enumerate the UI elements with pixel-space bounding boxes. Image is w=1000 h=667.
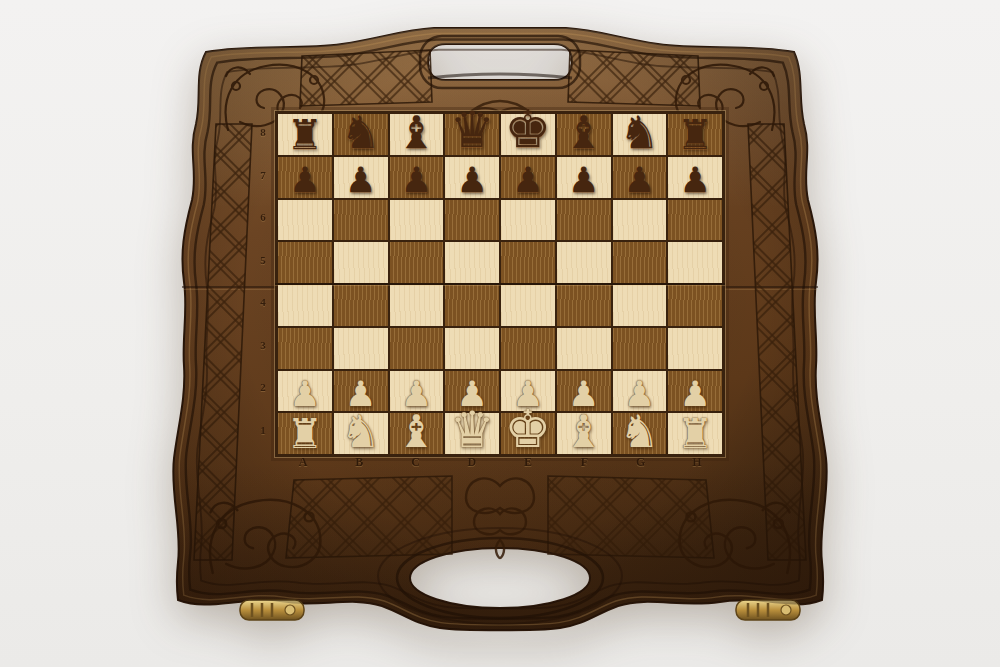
square-f7[interactable]: ♟	[557, 157, 611, 198]
square-d3[interactable]	[445, 328, 499, 369]
piece-black-bishop-f8[interactable]: ♝	[563, 112, 603, 155]
rank-label-2: 2	[254, 366, 272, 409]
square-a8[interactable]: ♜	[278, 114, 332, 155]
square-c8[interactable]: ♝	[390, 114, 444, 155]
square-h8[interactable]: ♜	[668, 114, 722, 155]
square-f6[interactable]	[557, 200, 611, 241]
square-e5[interactable]	[501, 242, 555, 283]
piece-black-pawn-g7[interactable]: ♟	[624, 164, 655, 197]
rank-label-6: 6	[254, 196, 272, 239]
rank-label-8: 8	[254, 111, 272, 154]
square-f5[interactable]	[557, 242, 611, 283]
square-d1[interactable]: ♛	[445, 413, 499, 454]
square-d5[interactable]	[445, 242, 499, 283]
piece-white-knight-b1[interactable]: ♞	[340, 411, 380, 454]
piece-black-pawn-b7[interactable]: ♟	[345, 164, 376, 197]
rank-label-5: 5	[254, 239, 272, 282]
piece-black-rook-a8[interactable]: ♜	[286, 116, 323, 155]
square-g6[interactable]	[613, 200, 667, 241]
square-f8[interactable]: ♝	[557, 114, 611, 155]
square-d8[interactable]: ♛	[445, 114, 499, 155]
rank-label-3: 3	[254, 324, 272, 367]
square-g1[interactable]: ♞	[613, 413, 667, 454]
square-a7[interactable]: ♟	[278, 157, 332, 198]
square-h3[interactable]	[668, 328, 722, 369]
square-d4[interactable]	[445, 285, 499, 326]
piece-white-bishop-f1[interactable]: ♝	[563, 411, 603, 454]
square-g4[interactable]	[613, 285, 667, 326]
square-b7[interactable]: ♟	[334, 157, 388, 198]
piece-black-knight-g8[interactable]: ♞	[619, 112, 659, 155]
square-h2[interactable]: ♟	[668, 371, 722, 412]
square-c1[interactable]: ♝	[390, 413, 444, 454]
square-a2[interactable]: ♟	[278, 371, 332, 412]
piece-black-pawn-d7[interactable]: ♟	[456, 164, 487, 197]
piece-black-bishop-c8[interactable]: ♝	[396, 112, 436, 155]
square-b3[interactable]	[334, 328, 388, 369]
piece-white-queen-d1[interactable]: ♛	[450, 407, 495, 455]
square-e6[interactable]	[501, 200, 555, 241]
square-h4[interactable]	[668, 285, 722, 326]
square-a3[interactable]	[278, 328, 332, 369]
square-b8[interactable]: ♞	[334, 114, 388, 155]
piece-white-rook-h1[interactable]: ♜	[677, 415, 714, 454]
product-photo-scene: 87654321 ♜♞♝♛♚♝♞♜♟♟♟♟♟♟♟♟♟♟♟♟♟♟♟♟♜♞♝♛♚♝♞…	[0, 0, 1000, 667]
square-b5[interactable]	[334, 242, 388, 283]
square-h6[interactable]	[668, 200, 722, 241]
rank-label-7: 7	[254, 154, 272, 197]
square-d6[interactable]	[445, 200, 499, 241]
piece-black-rook-h8[interactable]: ♜	[677, 116, 714, 155]
square-g3[interactable]	[613, 328, 667, 369]
piece-black-pawn-f7[interactable]: ♟	[568, 164, 599, 197]
piece-white-king-e1[interactable]: ♚	[505, 405, 552, 454]
piece-white-pawn-a2[interactable]: ♟	[289, 378, 320, 411]
piece-black-pawn-h7[interactable]: ♟	[679, 164, 710, 197]
piece-black-pawn-c7[interactable]: ♟	[401, 164, 432, 197]
square-c5[interactable]	[390, 242, 444, 283]
square-d7[interactable]: ♟	[445, 157, 499, 198]
square-e1[interactable]: ♚	[501, 413, 555, 454]
square-b1[interactable]: ♞	[334, 413, 388, 454]
square-b4[interactable]	[334, 285, 388, 326]
square-a5[interactable]	[278, 242, 332, 283]
piece-black-queen-d8[interactable]: ♛	[450, 107, 495, 155]
square-e3[interactable]	[501, 328, 555, 369]
top-handle-shadow	[428, 74, 572, 78]
chess-board[interactable]: ♜♞♝♛♚♝♞♜♟♟♟♟♟♟♟♟♟♟♟♟♟♟♟♟♜♞♝♛♚♝♞♜	[275, 111, 725, 457]
square-g5[interactable]	[613, 242, 667, 283]
rank-labels: 87654321	[254, 111, 272, 451]
rank-label-4: 4	[254, 281, 272, 324]
square-h7[interactable]: ♟	[668, 157, 722, 198]
square-a1[interactable]: ♜	[278, 413, 332, 454]
square-e4[interactable]	[501, 285, 555, 326]
square-f4[interactable]	[557, 285, 611, 326]
square-c3[interactable]	[390, 328, 444, 369]
piece-black-pawn-a7[interactable]: ♟	[289, 164, 320, 197]
square-e7[interactable]: ♟	[501, 157, 555, 198]
square-a4[interactable]	[278, 285, 332, 326]
board-fold-seam	[275, 283, 725, 285]
square-b6[interactable]	[334, 200, 388, 241]
rank-label-1: 1	[254, 409, 272, 452]
square-f3[interactable]	[557, 328, 611, 369]
square-c7[interactable]: ♟	[390, 157, 444, 198]
piece-white-rook-a1[interactable]: ♜	[286, 415, 323, 454]
square-g8[interactable]: ♞	[613, 114, 667, 155]
piece-white-knight-g1[interactable]: ♞	[619, 411, 659, 454]
square-c4[interactable]	[390, 285, 444, 326]
piece-white-bishop-c1[interactable]: ♝	[396, 411, 436, 454]
piece-black-pawn-e7[interactable]: ♟	[512, 164, 543, 197]
square-f1[interactable]: ♝	[557, 413, 611, 454]
piece-white-pawn-h2[interactable]: ♟	[679, 378, 710, 411]
piece-black-knight-b8[interactable]: ♞	[340, 112, 380, 155]
square-a6[interactable]	[278, 200, 332, 241]
square-h1[interactable]: ♜	[668, 413, 722, 454]
square-g7[interactable]: ♟	[613, 157, 667, 198]
square-e8[interactable]: ♚	[501, 114, 555, 155]
square-c6[interactable]	[390, 200, 444, 241]
square-h5[interactable]	[668, 242, 722, 283]
piece-black-king-e8[interactable]: ♚	[505, 105, 552, 154]
